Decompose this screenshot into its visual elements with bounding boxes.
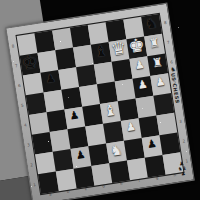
rank-label-8: 8 xyxy=(161,13,170,34)
board-grid: ♞♚♝♛♚♜♟♟♜♟♟♟♝♟♟♞♟ xyxy=(17,14,184,194)
film-dust-speckles xyxy=(0,0,1,1)
rank-label-7: 7 xyxy=(164,32,173,53)
rank-label-2: 2 xyxy=(179,131,188,152)
chess-board: abcdefgh abcdefgh 87654321 87654321 ♞♚♝♛… xyxy=(6,4,193,200)
photo-canvas: abcdefgh abcdefgh 87654321 87654321 ♞♚♝♛… xyxy=(0,0,200,200)
rank-label-3: 3 xyxy=(176,112,185,133)
corner-piece-logo: ♟♞♝♟ xyxy=(174,160,191,179)
